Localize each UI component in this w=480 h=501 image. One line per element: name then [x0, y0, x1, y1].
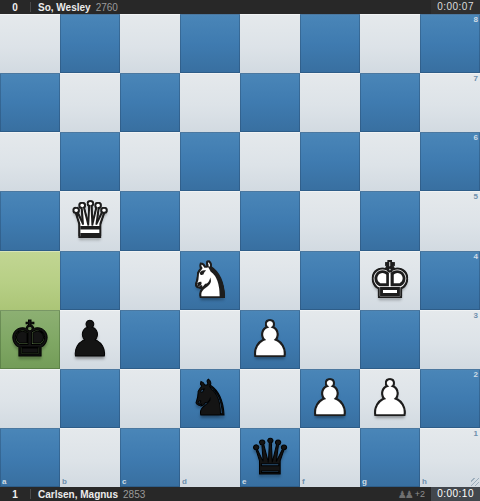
- square-f8[interactable]: [300, 14, 360, 73]
- square-d3[interactable]: [180, 310, 240, 369]
- bottom-player-clock: 0:00:10: [431, 487, 480, 501]
- material-advantage-value: +2: [415, 489, 425, 499]
- rank-label-6: 6: [474, 133, 478, 142]
- chess-board[interactable]: 876♛5♞♚4♚♟♟3♞♟♟2abcde♛fgh1: [0, 14, 480, 487]
- square-d1[interactable]: d: [180, 428, 240, 487]
- square-e1[interactable]: e♛: [240, 428, 300, 487]
- top-player-clock: 0:00:07: [431, 0, 480, 14]
- square-f1[interactable]: f: [300, 428, 360, 487]
- square-a8[interactable]: [0, 14, 60, 73]
- rank-label-3: 3: [474, 311, 478, 320]
- square-g7[interactable]: [360, 73, 420, 132]
- black-pawn-piece: ♟: [60, 310, 120, 369]
- bottom-player-bar: 1 Carlsen, Magnus 2853 ♟♟ +2 0:00:10: [0, 487, 480, 501]
- square-a5[interactable]: [0, 191, 60, 250]
- board-resize-handle-icon[interactable]: [471, 478, 479, 486]
- square-b2[interactable]: [60, 369, 120, 428]
- rank-label-8: 8: [474, 15, 478, 24]
- square-a4[interactable]: [0, 251, 60, 310]
- rank-label-5: 5: [474, 192, 478, 201]
- file-label-h: h: [422, 477, 427, 486]
- square-b6[interactable]: [60, 132, 120, 191]
- rank-label-7: 7: [474, 74, 478, 83]
- file-label-d: d: [182, 477, 187, 486]
- square-h7[interactable]: 7: [420, 73, 480, 132]
- square-g3[interactable]: [360, 310, 420, 369]
- square-e2[interactable]: [240, 369, 300, 428]
- square-f5[interactable]: [300, 191, 360, 250]
- white-queen-piece: ♛: [60, 191, 120, 250]
- square-c3[interactable]: [120, 310, 180, 369]
- rank-label-2: 2: [474, 370, 478, 379]
- square-a7[interactable]: [0, 73, 60, 132]
- file-label-b: b: [62, 477, 67, 486]
- square-b8[interactable]: [60, 14, 120, 73]
- square-e4[interactable]: [240, 251, 300, 310]
- square-d7[interactable]: [180, 73, 240, 132]
- square-a2[interactable]: [0, 369, 60, 428]
- square-f3[interactable]: [300, 310, 360, 369]
- top-player-bar: 0 So, Wesley 2760 0:00:07: [0, 0, 480, 14]
- square-d5[interactable]: [180, 191, 240, 250]
- white-pawn-piece: ♟: [240, 310, 300, 369]
- square-e7[interactable]: [240, 73, 300, 132]
- square-c7[interactable]: [120, 73, 180, 132]
- square-h2[interactable]: 2: [420, 369, 480, 428]
- white-pawn-piece: ♟: [360, 369, 420, 428]
- black-knight-piece: ♞: [180, 369, 240, 428]
- square-h6[interactable]: 6: [420, 132, 480, 191]
- square-b5[interactable]: ♛: [60, 191, 120, 250]
- square-f7[interactable]: [300, 73, 360, 132]
- rank-label-1: 1: [474, 429, 478, 438]
- white-king-piece: ♚: [360, 251, 420, 310]
- square-g1[interactable]: g: [360, 428, 420, 487]
- bottom-player-name: Carlsen, Magnus: [38, 489, 118, 500]
- black-queen-piece: ♛: [240, 428, 300, 487]
- top-player-name: So, Wesley: [38, 2, 91, 13]
- divider: [30, 489, 31, 499]
- square-a1[interactable]: a: [0, 428, 60, 487]
- square-f2[interactable]: ♟: [300, 369, 360, 428]
- captured-pawns-icon: ♟♟: [398, 489, 412, 500]
- square-d4[interactable]: ♞: [180, 251, 240, 310]
- square-h5[interactable]: 5: [420, 191, 480, 250]
- square-c8[interactable]: [120, 14, 180, 73]
- square-e6[interactable]: [240, 132, 300, 191]
- square-e3[interactable]: ♟: [240, 310, 300, 369]
- black-king-piece: ♚: [0, 310, 60, 369]
- square-b1[interactable]: b: [60, 428, 120, 487]
- file-label-e: e: [242, 477, 246, 486]
- file-label-a: a: [2, 477, 6, 486]
- square-f4[interactable]: [300, 251, 360, 310]
- top-player-rating: 2760: [96, 2, 118, 13]
- square-h8[interactable]: 8: [420, 14, 480, 73]
- square-d8[interactable]: [180, 14, 240, 73]
- square-g2[interactable]: ♟: [360, 369, 420, 428]
- square-c4[interactable]: [120, 251, 180, 310]
- square-b7[interactable]: [60, 73, 120, 132]
- bottom-player-rating: 2853: [123, 489, 145, 500]
- square-c2[interactable]: [120, 369, 180, 428]
- square-d2[interactable]: ♞: [180, 369, 240, 428]
- square-g8[interactable]: [360, 14, 420, 73]
- file-label-f: f: [302, 477, 305, 486]
- square-e8[interactable]: [240, 14, 300, 73]
- square-d6[interactable]: [180, 132, 240, 191]
- square-b3[interactable]: ♟: [60, 310, 120, 369]
- square-h4[interactable]: 4: [420, 251, 480, 310]
- rank-label-4: 4: [474, 252, 478, 261]
- square-f6[interactable]: [300, 132, 360, 191]
- square-c6[interactable]: [120, 132, 180, 191]
- square-h3[interactable]: 3: [420, 310, 480, 369]
- bottom-match-score: 1: [0, 489, 30, 500]
- square-a3[interactable]: ♚: [0, 310, 60, 369]
- square-a6[interactable]: [0, 132, 60, 191]
- square-g4[interactable]: ♚: [360, 251, 420, 310]
- file-label-g: g: [362, 477, 367, 486]
- square-c1[interactable]: c: [120, 428, 180, 487]
- square-b4[interactable]: [60, 251, 120, 310]
- file-label-c: c: [122, 477, 126, 486]
- square-g6[interactable]: [360, 132, 420, 191]
- white-knight-piece: ♞: [180, 251, 240, 310]
- square-e5[interactable]: [240, 191, 300, 250]
- square-c5[interactable]: [120, 191, 180, 250]
- square-g5[interactable]: [360, 191, 420, 250]
- top-match-score: 0: [0, 2, 30, 13]
- divider: [30, 2, 31, 12]
- white-pawn-piece: ♟: [300, 369, 360, 428]
- material-advantage: ♟♟ +2: [398, 489, 425, 500]
